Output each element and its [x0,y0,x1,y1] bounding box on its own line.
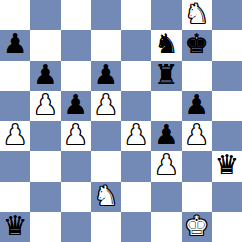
square-h5[interactable] [212,91,242,121]
black-pawn-f4[interactable]: ♟ [154,121,178,150]
square-b7[interactable] [30,30,60,60]
black-pawn-d6[interactable]: ♟ [94,61,118,90]
square-f5[interactable] [151,91,181,121]
square-d6[interactable]: ♟ [91,61,121,91]
chess-board: ♞♟♞♚♟♟♜♟♟♟♟♟♟♟♟♟♟♛♞♛♚ [0,0,242,242]
black-queen-h3[interactable]: ♛ [215,151,239,180]
square-a7[interactable]: ♟ [0,30,30,60]
square-g8[interactable]: ♞ [182,0,212,30]
square-e5[interactable] [121,91,151,121]
square-e8[interactable] [121,0,151,30]
white-knight-d2[interactable]: ♞ [94,182,118,211]
square-a2[interactable] [0,182,30,212]
square-d7[interactable] [91,30,121,60]
square-b1[interactable] [30,212,60,242]
square-c1[interactable] [61,212,91,242]
square-g1[interactable]: ♚ [182,212,212,242]
square-h7[interactable] [212,30,242,60]
square-g7[interactable]: ♚ [182,30,212,60]
white-pawn-c4[interactable]: ♟ [64,121,88,150]
square-h2[interactable] [212,182,242,212]
square-a1[interactable]: ♛ [0,212,30,242]
white-pawn-e4[interactable]: ♟ [124,121,148,150]
black-pawn-g5[interactable]: ♟ [185,91,209,120]
square-f8[interactable] [151,0,181,30]
square-h4[interactable] [212,121,242,151]
square-d5[interactable]: ♟ [91,91,121,121]
square-f7[interactable]: ♞ [151,30,181,60]
square-c4[interactable]: ♟ [61,121,91,151]
square-g4[interactable]: ♟ [182,121,212,151]
square-f1[interactable] [151,212,181,242]
square-b4[interactable] [30,121,60,151]
square-h3[interactable]: ♛ [212,151,242,181]
square-g5[interactable]: ♟ [182,91,212,121]
square-h1[interactable] [212,212,242,242]
square-a3[interactable] [0,151,30,181]
square-f2[interactable] [151,182,181,212]
square-c8[interactable] [61,0,91,30]
black-pawn-c5[interactable]: ♟ [64,91,88,120]
square-e2[interactable] [121,182,151,212]
square-c6[interactable] [61,61,91,91]
square-b8[interactable] [30,0,60,30]
square-h6[interactable] [212,61,242,91]
black-pawn-b6[interactable]: ♟ [33,61,57,90]
square-e3[interactable] [121,151,151,181]
square-f6[interactable]: ♜ [151,61,181,91]
square-c7[interactable] [61,30,91,60]
black-pawn-a7[interactable]: ♟ [3,30,27,59]
square-f4[interactable]: ♟ [151,121,181,151]
square-e4[interactable]: ♟ [121,121,151,151]
white-pawn-a4[interactable]: ♟ [3,121,27,150]
square-g3[interactable] [182,151,212,181]
black-knight-f7[interactable]: ♞ [154,30,178,59]
square-b3[interactable] [30,151,60,181]
square-h8[interactable] [212,0,242,30]
square-d4[interactable] [91,121,121,151]
chess-board-container: ♞♟♞♚♟♟♜♟♟♟♟♟♟♟♟♟♟♛♞♛♚ [0,0,242,242]
square-a8[interactable] [0,0,30,30]
square-a5[interactable] [0,91,30,121]
square-d2[interactable]: ♞ [91,182,121,212]
white-pawn-g4[interactable]: ♟ [185,121,209,150]
white-pawn-b5[interactable]: ♟ [33,91,57,120]
square-c3[interactable] [61,151,91,181]
white-king-g1[interactable]: ♚ [185,212,209,241]
square-d3[interactable] [91,151,121,181]
square-c2[interactable] [61,182,91,212]
square-b6[interactable]: ♟ [30,61,60,91]
square-g2[interactable] [182,182,212,212]
black-queen-a1[interactable]: ♛ [3,212,27,241]
square-e7[interactable] [121,30,151,60]
square-b5[interactable]: ♟ [30,91,60,121]
square-c5[interactable]: ♟ [61,91,91,121]
black-rook-f6[interactable]: ♜ [154,61,178,90]
black-king-g7[interactable]: ♚ [185,30,209,59]
square-a6[interactable] [0,61,30,91]
square-e1[interactable] [121,212,151,242]
white-pawn-f3[interactable]: ♟ [154,151,178,180]
square-f3[interactable]: ♟ [151,151,181,181]
square-b2[interactable] [30,182,60,212]
white-pawn-d5[interactable]: ♟ [94,91,118,120]
square-d8[interactable] [91,0,121,30]
square-g6[interactable] [182,61,212,91]
white-knight-g8[interactable]: ♞ [185,0,209,29]
square-a4[interactable]: ♟ [0,121,30,151]
square-e6[interactable] [121,61,151,91]
square-d1[interactable] [91,212,121,242]
